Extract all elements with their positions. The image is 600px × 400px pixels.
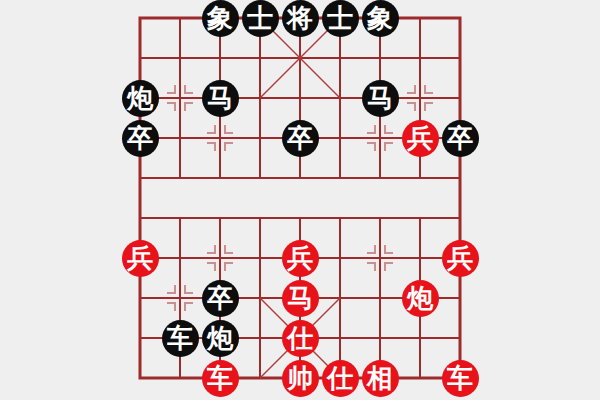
piece-red-elephant[interactable]: 相 bbox=[362, 360, 399, 397]
piece-black-horse[interactable]: 马 bbox=[202, 80, 239, 117]
piece-red-general[interactable]: 帅 bbox=[282, 360, 319, 397]
piece-black-pawn[interactable]: 卒 bbox=[442, 120, 479, 157]
piece-black-elephant[interactable]: 象 bbox=[202, 0, 239, 37]
piece-black-advisor[interactable]: 士 bbox=[322, 0, 359, 37]
piece-black-pawn[interactable]: 卒 bbox=[202, 280, 239, 317]
piece-black-advisor[interactable]: 士 bbox=[242, 0, 279, 37]
piece-red-chariot[interactable]: 车 bbox=[202, 360, 239, 397]
piece-black-chariot[interactable]: 车 bbox=[162, 320, 199, 357]
piece-red-cannon[interactable]: 炮 bbox=[402, 280, 439, 317]
piece-black-general[interactable]: 将 bbox=[282, 0, 319, 37]
piece-red-horse[interactable]: 马 bbox=[282, 280, 319, 317]
piece-red-pawn[interactable]: 兵 bbox=[122, 240, 159, 277]
pieces-layer: 象士将士象炮马马卒卒兵卒兵兵兵卒马炮车炮仕车帅仕相车 bbox=[0, 0, 600, 400]
piece-black-elephant[interactable]: 象 bbox=[362, 0, 399, 37]
piece-red-pawn[interactable]: 兵 bbox=[402, 120, 439, 157]
xiangqi-screenshot: 象士将士象炮马马卒卒兵卒兵兵兵卒马炮车炮仕车帅仕相车 bbox=[0, 0, 600, 400]
piece-red-pawn[interactable]: 兵 bbox=[282, 240, 319, 277]
piece-red-pawn[interactable]: 兵 bbox=[442, 240, 479, 277]
piece-black-cannon[interactable]: 炮 bbox=[122, 80, 159, 117]
piece-black-pawn[interactable]: 卒 bbox=[282, 120, 319, 157]
piece-red-advisor[interactable]: 仕 bbox=[282, 320, 319, 357]
piece-black-pawn[interactable]: 卒 bbox=[122, 120, 159, 157]
piece-black-horse[interactable]: 马 bbox=[362, 80, 399, 117]
piece-red-chariot[interactable]: 车 bbox=[442, 360, 479, 397]
piece-red-advisor[interactable]: 仕 bbox=[322, 360, 359, 397]
piece-black-cannon[interactable]: 炮 bbox=[202, 320, 239, 357]
